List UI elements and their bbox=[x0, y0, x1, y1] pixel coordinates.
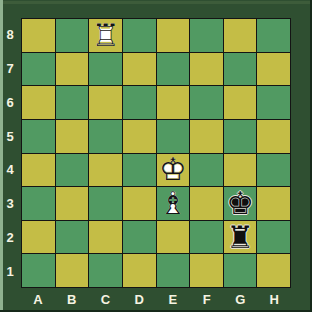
square-b5[interactable] bbox=[56, 120, 89, 153]
square-g7[interactable] bbox=[224, 53, 257, 86]
square-g1[interactable] bbox=[224, 254, 257, 287]
square-a5[interactable] bbox=[22, 120, 55, 153]
square-e2[interactable] bbox=[157, 221, 190, 254]
square-e7[interactable] bbox=[157, 53, 190, 86]
square-h8[interactable] bbox=[257, 19, 290, 52]
square-h1[interactable] bbox=[257, 254, 290, 287]
square-c3[interactable] bbox=[89, 187, 122, 220]
square-g4[interactable] bbox=[224, 154, 257, 187]
square-f2[interactable] bbox=[190, 221, 223, 254]
file-label-E: E bbox=[156, 288, 190, 311]
rank-label-5: 5 bbox=[0, 119, 20, 153]
white-bishop[interactable]: ♗ bbox=[157, 187, 190, 220]
file-label-B: B bbox=[55, 288, 89, 311]
square-c2[interactable] bbox=[89, 221, 122, 254]
square-c8[interactable]: ♜♖ bbox=[89, 19, 122, 52]
square-h2[interactable] bbox=[257, 221, 290, 254]
square-b2[interactable] bbox=[56, 221, 89, 254]
rank-label-7: 7 bbox=[0, 52, 20, 86]
square-d2[interactable] bbox=[123, 221, 156, 254]
square-f6[interactable] bbox=[190, 86, 223, 119]
square-a8[interactable] bbox=[22, 19, 55, 52]
square-d3[interactable] bbox=[123, 187, 156, 220]
square-g2[interactable]: ♜ bbox=[224, 221, 257, 254]
square-b8[interactable] bbox=[56, 19, 89, 52]
file-label-A: A bbox=[21, 288, 55, 311]
square-f5[interactable] bbox=[190, 120, 223, 153]
square-h6[interactable] bbox=[257, 86, 290, 119]
square-d7[interactable] bbox=[123, 53, 156, 86]
square-e4[interactable]: ♚♔ bbox=[157, 154, 190, 187]
file-label-G: G bbox=[224, 288, 258, 311]
black-king[interactable]: ♚ bbox=[224, 187, 257, 220]
square-g8[interactable] bbox=[224, 19, 257, 52]
rank-label-2: 2 bbox=[0, 221, 20, 255]
file-labels: ABCDEFGH bbox=[21, 288, 291, 311]
square-b6[interactable] bbox=[56, 86, 89, 119]
square-e1[interactable] bbox=[157, 254, 190, 287]
square-d5[interactable] bbox=[123, 120, 156, 153]
square-d1[interactable] bbox=[123, 254, 156, 287]
square-c1[interactable] bbox=[89, 254, 122, 287]
square-f4[interactable] bbox=[190, 154, 223, 187]
square-f8[interactable] bbox=[190, 19, 223, 52]
square-a6[interactable] bbox=[22, 86, 55, 119]
square-h5[interactable] bbox=[257, 120, 290, 153]
square-a4[interactable] bbox=[22, 154, 55, 187]
square-b7[interactable] bbox=[56, 53, 89, 86]
square-b3[interactable] bbox=[56, 187, 89, 220]
chess-board: ♜♖♚♔♝♗♚♜ bbox=[21, 18, 291, 288]
square-a7[interactable] bbox=[22, 53, 55, 86]
rank-label-4: 4 bbox=[0, 153, 20, 187]
square-d8[interactable] bbox=[123, 19, 156, 52]
square-e8[interactable] bbox=[157, 19, 190, 52]
rank-labels: 87654321 bbox=[0, 18, 20, 288]
file-label-F: F bbox=[190, 288, 224, 311]
square-b4[interactable] bbox=[56, 154, 89, 187]
rank-label-8: 8 bbox=[0, 18, 20, 52]
square-c5[interactable] bbox=[89, 120, 122, 153]
square-e3[interactable]: ♝♗ bbox=[157, 187, 190, 220]
square-c6[interactable] bbox=[89, 86, 122, 119]
square-f1[interactable] bbox=[190, 254, 223, 287]
square-g6[interactable] bbox=[224, 86, 257, 119]
rank-label-6: 6 bbox=[0, 86, 20, 120]
file-label-C: C bbox=[89, 288, 123, 311]
white-rook[interactable]: ♖ bbox=[89, 19, 122, 52]
square-a1[interactable] bbox=[22, 254, 55, 287]
square-f7[interactable] bbox=[190, 53, 223, 86]
square-c7[interactable] bbox=[89, 53, 122, 86]
file-label-D: D bbox=[122, 288, 156, 311]
rank-label-3: 3 bbox=[0, 187, 20, 221]
white-king[interactable]: ♔ bbox=[157, 154, 190, 187]
square-g3[interactable]: ♚ bbox=[224, 187, 257, 220]
square-a2[interactable] bbox=[22, 221, 55, 254]
square-c4[interactable] bbox=[89, 154, 122, 187]
file-label-H: H bbox=[257, 288, 291, 311]
square-g5[interactable] bbox=[224, 120, 257, 153]
frame-right-shadow-edge bbox=[310, 0, 312, 312]
chess-app-window: 87654321 ♜♖♚♔♝♗♚♜ ABCDEFGH bbox=[0, 0, 312, 312]
square-e5[interactable] bbox=[157, 120, 190, 153]
black-rook[interactable]: ♜ bbox=[224, 221, 257, 254]
square-b1[interactable] bbox=[56, 254, 89, 287]
square-d4[interactable] bbox=[123, 154, 156, 187]
square-h4[interactable] bbox=[257, 154, 290, 187]
square-h3[interactable] bbox=[257, 187, 290, 220]
square-a3[interactable] bbox=[22, 187, 55, 220]
square-d6[interactable] bbox=[123, 86, 156, 119]
frame-top-bevel-edge bbox=[3, 1, 312, 4]
square-h7[interactable] bbox=[257, 53, 290, 86]
rank-label-1: 1 bbox=[0, 254, 20, 288]
square-e6[interactable] bbox=[157, 86, 190, 119]
square-f3[interactable] bbox=[190, 187, 223, 220]
